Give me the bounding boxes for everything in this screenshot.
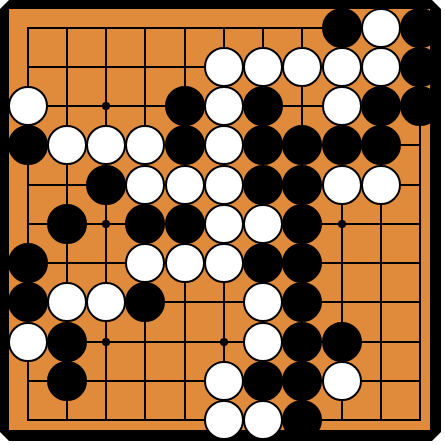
white-stone[interactable] <box>322 86 362 126</box>
black-stone[interactable] <box>243 165 283 205</box>
star-point <box>102 102 110 110</box>
white-stone[interactable] <box>322 361 362 401</box>
white-stone[interactable] <box>322 165 362 205</box>
black-stone[interactable] <box>165 204 205 244</box>
white-stone[interactable] <box>282 47 322 87</box>
black-stone[interactable] <box>243 361 283 401</box>
white-stone[interactable] <box>204 361 244 401</box>
black-stone[interactable] <box>86 165 126 205</box>
white-stone[interactable] <box>361 47 401 87</box>
black-stone[interactable] <box>282 125 322 165</box>
white-stone[interactable] <box>125 165 165 205</box>
black-stone[interactable] <box>282 204 322 244</box>
white-stone[interactable] <box>243 282 283 322</box>
black-stone[interactable] <box>322 8 362 48</box>
white-stone[interactable] <box>204 47 244 87</box>
black-stone[interactable] <box>282 400 322 440</box>
black-stone[interactable] <box>282 322 322 362</box>
black-stone[interactable] <box>322 125 362 165</box>
black-stone[interactable] <box>125 204 165 244</box>
black-stone[interactable] <box>400 47 440 87</box>
black-stone[interactable] <box>165 86 205 126</box>
black-stone[interactable] <box>47 322 87 362</box>
black-stone[interactable] <box>282 165 322 205</box>
black-stone[interactable] <box>8 243 48 283</box>
black-stone[interactable] <box>361 125 401 165</box>
black-stone[interactable] <box>47 204 87 244</box>
star-point <box>102 220 110 228</box>
black-stone[interactable] <box>47 361 87 401</box>
white-stone[interactable] <box>204 86 244 126</box>
black-stone[interactable] <box>243 243 283 283</box>
white-stone[interactable] <box>204 165 244 205</box>
star-point <box>102 338 110 346</box>
black-stone[interactable] <box>400 8 440 48</box>
star-point <box>220 338 228 346</box>
black-stone[interactable] <box>8 125 48 165</box>
white-stone[interactable] <box>243 47 283 87</box>
white-stone[interactable] <box>47 125 87 165</box>
white-stone[interactable] <box>204 243 244 283</box>
white-stone[interactable] <box>361 8 401 48</box>
white-stone[interactable] <box>204 400 244 440</box>
white-stone[interactable] <box>165 165 205 205</box>
white-stone[interactable] <box>47 282 87 322</box>
black-stone[interactable] <box>400 86 440 126</box>
white-stone[interactable] <box>8 322 48 362</box>
white-stone[interactable] <box>204 125 244 165</box>
star-point <box>338 220 346 228</box>
black-stone[interactable] <box>8 282 48 322</box>
white-stone[interactable] <box>125 125 165 165</box>
black-stone[interactable] <box>282 282 322 322</box>
white-stone[interactable] <box>204 204 244 244</box>
white-stone[interactable] <box>243 322 283 362</box>
white-stone[interactable] <box>361 165 401 205</box>
white-stone[interactable] <box>243 204 283 244</box>
go-diagram <box>0 0 445 445</box>
black-stone[interactable] <box>282 243 322 283</box>
white-stone[interactable] <box>8 86 48 126</box>
white-stone[interactable] <box>86 125 126 165</box>
white-stone[interactable] <box>165 243 205 283</box>
black-stone[interactable] <box>282 361 322 401</box>
black-stone[interactable] <box>361 86 401 126</box>
black-stone[interactable] <box>243 125 283 165</box>
go-board[interactable] <box>9 9 430 430</box>
black-stone[interactable] <box>243 86 283 126</box>
black-stone[interactable] <box>125 282 165 322</box>
black-stone[interactable] <box>322 322 362 362</box>
white-stone[interactable] <box>322 47 362 87</box>
white-stone[interactable] <box>243 400 283 440</box>
white-stone[interactable] <box>125 243 165 283</box>
black-stone[interactable] <box>165 125 205 165</box>
white-stone[interactable] <box>86 282 126 322</box>
